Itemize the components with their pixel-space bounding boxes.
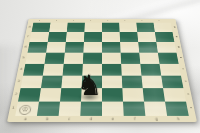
board-square bbox=[153, 23, 172, 32]
board-square bbox=[80, 102, 102, 116]
board-square bbox=[84, 23, 102, 32]
board-perspective-wrap: abcdefgh 87654321 ♔ bbox=[7, 19, 197, 122]
board-square bbox=[67, 23, 85, 32]
table-surface: abcdefgh 87654321 ♔ ♞ bbox=[0, 0, 200, 133]
board-square bbox=[121, 64, 141, 76]
file-label: d bbox=[80, 116, 102, 122]
board-square bbox=[30, 32, 50, 42]
board-square bbox=[32, 23, 51, 32]
board-square bbox=[84, 32, 102, 42]
board-square bbox=[28, 42, 48, 53]
chess-board: abcdefgh 87654321 ♔ bbox=[7, 19, 197, 122]
board-square bbox=[163, 88, 186, 101]
board-square bbox=[21, 76, 43, 89]
board-square bbox=[141, 76, 163, 89]
board-square bbox=[83, 53, 102, 64]
emblem-crown-icon: ♔ bbox=[21, 107, 29, 114]
board-square bbox=[64, 53, 84, 64]
black-knight-piece: ♞ bbox=[77, 72, 102, 100]
board-square bbox=[43, 64, 64, 76]
board-square bbox=[161, 76, 183, 89]
board-square bbox=[139, 53, 159, 64]
board-square bbox=[23, 64, 44, 76]
board-square bbox=[138, 42, 158, 53]
file-label: g bbox=[145, 116, 168, 122]
board-square bbox=[123, 102, 145, 116]
board-square bbox=[120, 42, 139, 53]
board-square bbox=[41, 76, 63, 89]
board-square bbox=[102, 102, 124, 116]
board-square bbox=[45, 53, 65, 64]
top-border-ticks bbox=[39, 20, 165, 21]
file-label: h bbox=[167, 116, 190, 122]
board-square bbox=[143, 88, 165, 101]
board-square bbox=[66, 32, 85, 42]
board-square bbox=[102, 32, 120, 42]
board-square bbox=[18, 88, 41, 101]
board-square bbox=[49, 23, 68, 32]
board-square bbox=[102, 53, 121, 64]
board-square bbox=[121, 53, 141, 64]
board-square bbox=[120, 32, 139, 42]
board-square bbox=[65, 42, 84, 53]
file-label: e bbox=[102, 116, 124, 122]
board-square bbox=[122, 76, 143, 89]
file-label: f bbox=[124, 116, 146, 122]
board-square bbox=[102, 76, 122, 89]
board-square bbox=[159, 64, 180, 76]
board-square bbox=[59, 102, 81, 116]
board-square bbox=[25, 53, 46, 64]
board-square bbox=[136, 23, 155, 32]
board-square bbox=[83, 42, 102, 53]
board-square bbox=[37, 102, 60, 116]
board-square bbox=[140, 64, 161, 76]
board-square bbox=[122, 88, 144, 101]
board-square bbox=[144, 102, 167, 116]
file-label: c bbox=[58, 116, 80, 122]
board-square bbox=[137, 32, 156, 42]
board-square bbox=[48, 32, 67, 42]
board-square bbox=[102, 88, 123, 101]
board-square bbox=[39, 88, 61, 101]
board-square bbox=[165, 102, 189, 116]
board-square bbox=[158, 53, 179, 64]
file-labels: abcdefgh bbox=[14, 116, 190, 122]
board-square bbox=[156, 42, 176, 53]
board-square bbox=[155, 32, 175, 42]
file-label: b bbox=[36, 116, 59, 122]
board-square bbox=[102, 64, 122, 76]
file-label: a bbox=[14, 116, 37, 122]
board-square bbox=[102, 23, 120, 32]
board-square bbox=[119, 23, 137, 32]
board-square bbox=[102, 42, 121, 53]
board-square bbox=[46, 42, 66, 53]
